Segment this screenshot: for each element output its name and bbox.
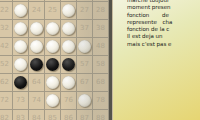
cell-25[interactable]: 25	[45, 2, 61, 20]
white-disc-23	[14, 4, 27, 17]
cell-23[interactable]	[13, 2, 29, 20]
white-disc-33	[14, 22, 27, 35]
cell-number-label: 74	[32, 97, 41, 104]
cell-number-label: 86	[64, 115, 73, 120]
cell-number-label: 42	[0, 43, 9, 50]
cell-77[interactable]	[77, 92, 93, 110]
cell-22[interactable]: 22	[0, 2, 13, 20]
othello-board: 1112131415161718212224252728313237384142…	[0, 0, 112, 120]
black-disc-55	[46, 58, 59, 71]
white-disc-46	[62, 40, 75, 53]
cell-76[interactable]: 76	[61, 92, 77, 110]
cell-53[interactable]	[13, 56, 29, 74]
info-text-line: mais c'est pas e	[127, 41, 172, 48]
cell-56[interactable]	[61, 56, 77, 74]
cell-28[interactable]: 28	[93, 2, 109, 20]
cell-68[interactable]: 68	[93, 74, 109, 92]
cell-43[interactable]	[13, 38, 29, 56]
black-disc-54	[30, 58, 43, 71]
cell-52[interactable]: 52	[0, 56, 13, 74]
cell-74[interactable]: 74	[29, 92, 45, 110]
cell-number-label: 22	[0, 7, 9, 14]
cell-55[interactable]	[45, 56, 61, 74]
cell-number-label: 78	[96, 97, 105, 104]
cell-number-label: 88	[96, 115, 105, 120]
cell-32[interactable]: 32	[0, 20, 13, 38]
cell-number-label: 72	[0, 97, 9, 104]
cell-57[interactable]: 57	[77, 56, 93, 74]
cell-number-label: 32	[0, 25, 9, 32]
info-text-line: fonction de la c	[127, 26, 172, 33]
cell-45[interactable]	[45, 38, 61, 56]
cell-number-label: 67	[80, 79, 89, 86]
cell-72[interactable]: 72	[0, 92, 13, 110]
white-disc-36	[62, 22, 75, 35]
white-disc-47	[78, 40, 91, 53]
cell-75[interactable]	[45, 92, 61, 110]
cell-number-label: 82	[0, 115, 9, 120]
cell-number-label: 52	[0, 61, 9, 68]
cell-33[interactable]	[13, 20, 29, 38]
cell-number-label: 57	[80, 61, 89, 68]
info-text-line: fonction de	[127, 12, 172, 19]
white-disc-66	[62, 76, 75, 89]
white-disc-77	[78, 94, 91, 107]
cell-number-label: 84	[32, 115, 41, 120]
white-disc-75	[46, 94, 59, 107]
cell-48[interactable]: 48	[93, 38, 109, 56]
white-disc-34	[30, 22, 43, 35]
cell-54[interactable]	[29, 56, 45, 74]
info-text-line: represente cha	[127, 19, 172, 26]
cell-42[interactable]: 42	[0, 38, 13, 56]
cell-35[interactable]	[45, 20, 61, 38]
white-disc-44	[30, 40, 43, 53]
cell-66[interactable]	[61, 74, 77, 92]
cell-number-label: 64	[32, 79, 41, 86]
cell-27[interactable]: 27	[77, 2, 93, 20]
othello-game-screen: 1112131415161718212224252728313237384142…	[0, 0, 200, 120]
cell-65[interactable]	[45, 74, 61, 92]
cell-number-label: 85	[48, 115, 57, 120]
cell-37[interactable]: 37	[77, 20, 93, 38]
cell-number-label: 87	[80, 115, 89, 120]
cell-number-label: 76	[64, 97, 73, 104]
info-panel: marche toujour moment presen fonction de…	[113, 0, 200, 120]
cell-34[interactable]	[29, 20, 45, 38]
cell-63[interactable]	[13, 74, 29, 92]
white-disc-26	[62, 4, 75, 17]
white-disc-53	[14, 58, 27, 71]
cell-87[interactable]: 87	[77, 110, 93, 120]
cell-number-label: 28	[96, 7, 105, 14]
board-viewport: 1112131415161718212224252728313237384142…	[0, 0, 113, 120]
cell-number-label: 48	[96, 43, 105, 50]
cell-number-label: 83	[16, 115, 25, 120]
cell-62[interactable]: 62	[0, 74, 13, 92]
cell-number-label: 24	[32, 7, 41, 14]
white-disc-43	[14, 40, 27, 53]
white-disc-45	[46, 40, 59, 53]
cell-88[interactable]: 88	[93, 110, 109, 120]
cell-36[interactable]	[61, 20, 77, 38]
cell-64[interactable]: 64	[29, 74, 45, 92]
cell-84[interactable]: 84	[29, 110, 45, 120]
cell-number-label: 73	[16, 97, 25, 104]
cell-73[interactable]: 73	[13, 92, 29, 110]
cell-number-label: 68	[96, 79, 105, 86]
cell-number-label: 37	[80, 25, 89, 32]
cell-78[interactable]: 78	[93, 92, 109, 110]
cell-26[interactable]	[61, 2, 77, 20]
cell-38[interactable]: 38	[93, 20, 109, 38]
cell-number-label: 38	[96, 25, 105, 32]
info-text-line: Il est deja un	[127, 33, 172, 40]
white-disc-65	[46, 76, 59, 89]
cell-47[interactable]	[77, 38, 93, 56]
white-disc-35	[46, 22, 59, 35]
cell-number-label: 25	[48, 7, 57, 14]
cell-number-label: 27	[80, 7, 89, 14]
cell-85[interactable]: 85	[45, 110, 61, 120]
cell-83[interactable]: 83	[13, 110, 29, 120]
cell-86[interactable]: 86	[61, 110, 77, 120]
cell-58[interactable]: 58	[93, 56, 109, 74]
info-text-line: moment presen	[127, 4, 172, 11]
cell-67[interactable]: 67	[77, 74, 93, 92]
black-disc-63	[14, 76, 27, 89]
cell-24[interactable]: 24	[29, 2, 45, 20]
info-text: marche toujour moment presen fonction de…	[127, 0, 172, 48]
cell-44[interactable]	[29, 38, 45, 56]
black-disc-56	[62, 58, 75, 71]
cell-number-label: 58	[96, 61, 105, 68]
cell-46[interactable]	[61, 38, 77, 56]
cell-number-label: 62	[0, 79, 9, 86]
cell-82[interactable]: 82	[0, 110, 13, 120]
